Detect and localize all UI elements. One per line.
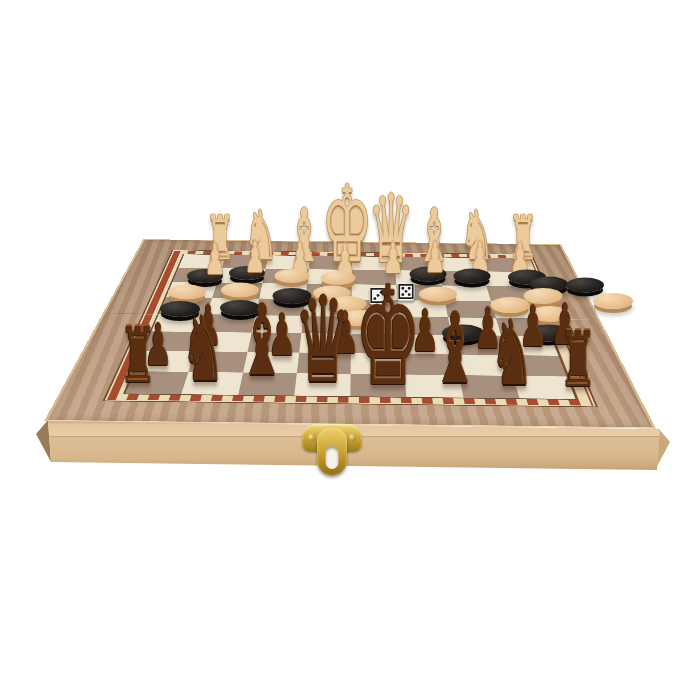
- latch-hasp-hole: [326, 446, 339, 469]
- light-pawn[interactable]: ♟: [245, 241, 266, 275]
- black-checker[interactable]: [454, 269, 491, 284]
- dark-rook[interactable]: ♜: [119, 325, 156, 386]
- product-photo-stage: ♜♞♝♚♛♝♞♜♟♟♟♟♟♟♟♟♟♟♟♟♟♟♟♟♜♞♝♛♚♝♞♜⚂⚄: [0, 0, 700, 700]
- latch-screw-right: [349, 434, 356, 441]
- dark-knight[interactable]: ♞: [490, 318, 534, 390]
- brass-latch[interactable]: [299, 421, 365, 481]
- tan-checker[interactable]: [593, 293, 633, 309]
- dark-knight[interactable]: ♞: [181, 314, 225, 386]
- light-pawn[interactable]: ♟: [425, 241, 446, 275]
- light-pawn[interactable]: ♟: [205, 243, 226, 277]
- dark-bishop[interactable]: ♝: [431, 310, 479, 388]
- dark-queen[interactable]: ♛: [294, 293, 352, 388]
- latch-hasp-loop[interactable]: [317, 428, 347, 476]
- dark-bishop[interactable]: ♝: [238, 302, 286, 380]
- dark-king[interactable]: ♚: [354, 282, 421, 392]
- dark-rook[interactable]: ♜: [559, 329, 596, 390]
- latch-screw-left: [308, 434, 315, 441]
